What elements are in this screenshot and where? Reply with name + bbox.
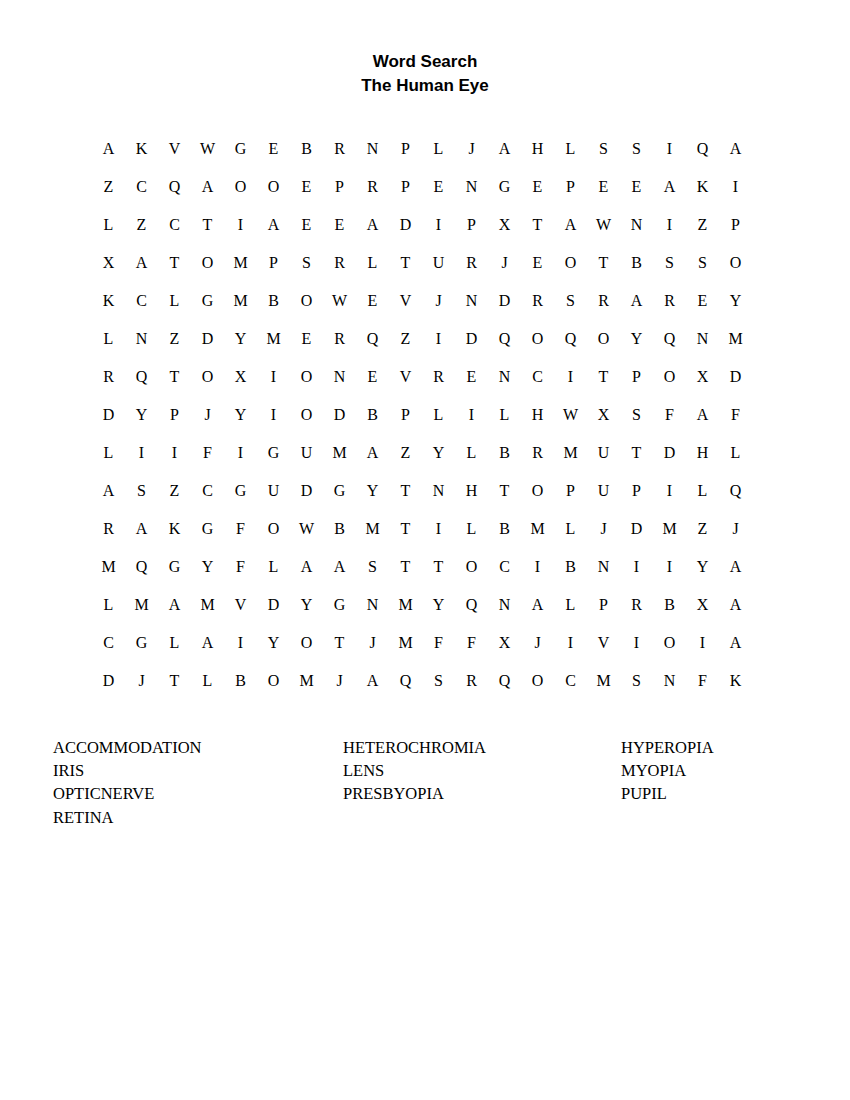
grid-cell: G — [488, 168, 521, 206]
grid-cell: M — [125, 586, 158, 624]
grid-cell: M — [521, 510, 554, 548]
grid-cell: S — [620, 130, 653, 168]
grid-cell: A — [356, 662, 389, 700]
grid-cell: Y — [620, 320, 653, 358]
grid-cell: L — [455, 510, 488, 548]
grid-cell: F — [653, 396, 686, 434]
grid-cell: B — [620, 244, 653, 282]
grid-cell: Y — [356, 472, 389, 510]
grid-cell: T — [389, 548, 422, 586]
grid-cell: N — [587, 548, 620, 586]
word-list-item: PRESBYOPIA — [343, 782, 486, 805]
grid-cell: Z — [92, 168, 125, 206]
grid-cell: Y — [290, 586, 323, 624]
page-title-line2: The Human Eye — [0, 74, 850, 98]
grid-cell: V — [389, 282, 422, 320]
grid-cell: X — [686, 358, 719, 396]
grid-cell: A — [191, 624, 224, 662]
grid-cell: A — [125, 510, 158, 548]
page-title-line1: Word Search — [0, 50, 850, 74]
grid-cell: C — [125, 168, 158, 206]
grid-cell: F — [224, 510, 257, 548]
word-list-item: LENS — [343, 759, 486, 782]
grid-cell: L — [92, 320, 125, 358]
grid-cell: C — [554, 662, 587, 700]
grid-cell: A — [554, 206, 587, 244]
grid-cell: T — [488, 472, 521, 510]
grid-cell: I — [422, 206, 455, 244]
grid-cell: O — [653, 624, 686, 662]
grid-cell: D — [191, 320, 224, 358]
grid-cell: N — [488, 586, 521, 624]
grid-cell: B — [323, 510, 356, 548]
grid-cell: B — [290, 130, 323, 168]
word-list-item: ACCOMMODATION — [53, 736, 202, 759]
grid-cell: E — [587, 168, 620, 206]
grid-cell: A — [719, 586, 752, 624]
grid-cell: Y — [422, 434, 455, 472]
grid-cell: C — [191, 472, 224, 510]
grid-cell: Q — [125, 548, 158, 586]
grid-cell: P — [554, 168, 587, 206]
grid-cell: K — [92, 282, 125, 320]
grid-cell: U — [587, 434, 620, 472]
word-list-item: HETEROCHROMIA — [343, 736, 486, 759]
grid-cell: S — [554, 282, 587, 320]
grid-cell: A — [158, 586, 191, 624]
grid-cell: O — [521, 320, 554, 358]
grid-cell: M — [257, 320, 290, 358]
grid-cell: I — [422, 510, 455, 548]
grid-cell: Z — [686, 206, 719, 244]
grid-cell: Q — [554, 320, 587, 358]
grid-cell: S — [125, 472, 158, 510]
grid-cell: R — [455, 662, 488, 700]
grid-cell: M — [290, 662, 323, 700]
grid-cell: B — [224, 662, 257, 700]
grid-cell: W — [554, 396, 587, 434]
grid-cell: D — [92, 396, 125, 434]
grid-cell: A — [719, 548, 752, 586]
grid-cell: D — [92, 662, 125, 700]
grid-cell: S — [653, 244, 686, 282]
grid-cell: P — [719, 206, 752, 244]
grid-cell: J — [521, 624, 554, 662]
grid-cell: I — [620, 624, 653, 662]
grid-cell: I — [257, 358, 290, 396]
grid-cell: B — [488, 510, 521, 548]
grid-cell: W — [191, 130, 224, 168]
grid-cell: T — [158, 662, 191, 700]
grid-cell: G — [224, 130, 257, 168]
grid-cell: S — [587, 130, 620, 168]
grid-cell: E — [422, 168, 455, 206]
grid-cell: M — [191, 586, 224, 624]
grid-cell: S — [422, 662, 455, 700]
grid-cell: Z — [158, 320, 191, 358]
grid-cell: Y — [686, 548, 719, 586]
worksheet-page: Word Search The Human Eye AKVWGEBRNPLJAH… — [0, 0, 850, 1100]
grid-cell: N — [653, 662, 686, 700]
grid-cell: M — [389, 624, 422, 662]
grid-cell: O — [191, 244, 224, 282]
grid-cell: J — [719, 510, 752, 548]
grid-cell: S — [620, 396, 653, 434]
grid-cell: S — [620, 662, 653, 700]
grid-cell: C — [521, 358, 554, 396]
grid-cell: G — [125, 624, 158, 662]
word-list-column-1: ACCOMMODATION IRIS OPTICNERVE RETINA — [53, 736, 202, 829]
grid-cell: H — [521, 130, 554, 168]
grid-cell: M — [554, 434, 587, 472]
grid-cell: T — [389, 244, 422, 282]
word-list-item: MYOPIA — [621, 759, 714, 782]
grid-cell: Q — [158, 168, 191, 206]
grid-cell: M — [653, 510, 686, 548]
grid-cell: I — [422, 320, 455, 358]
grid-cell: K — [719, 662, 752, 700]
grid-cell: T — [389, 472, 422, 510]
grid-cell: A — [488, 130, 521, 168]
grid-cell: A — [719, 130, 752, 168]
grid-cell: E — [686, 282, 719, 320]
grid-cell: Q — [356, 320, 389, 358]
grid-cell: U — [422, 244, 455, 282]
grid-cell: Y — [257, 624, 290, 662]
grid-cell: X — [587, 396, 620, 434]
grid-cell: I — [224, 206, 257, 244]
grid-cell: M — [389, 586, 422, 624]
grid-cell: P — [620, 358, 653, 396]
grid-cell: R — [92, 358, 125, 396]
grid-cell: D — [719, 358, 752, 396]
grid-cell: K — [158, 510, 191, 548]
grid-cell: R — [356, 168, 389, 206]
grid-cell: T — [521, 206, 554, 244]
grid-cell: C — [92, 624, 125, 662]
grid-cell: Z — [158, 472, 191, 510]
grid-cell: N — [455, 282, 488, 320]
grid-cell: A — [191, 168, 224, 206]
grid-cell: M — [323, 434, 356, 472]
grid-cell: A — [653, 168, 686, 206]
grid-cell: I — [125, 434, 158, 472]
word-list-column-3: HYPEROPIA MYOPIA PUPIL — [621, 736, 714, 806]
grid-cell: A — [257, 206, 290, 244]
grid-cell: R — [620, 586, 653, 624]
grid-cell: W — [587, 206, 620, 244]
grid-cell: C — [488, 548, 521, 586]
grid-cell: R — [521, 434, 554, 472]
grid-cell: O — [290, 358, 323, 396]
grid-cell: N — [356, 130, 389, 168]
grid-cell: G — [323, 472, 356, 510]
grid-cell: O — [224, 168, 257, 206]
grid-cell: I — [653, 206, 686, 244]
grid-cell: M — [587, 662, 620, 700]
grid-cell: J — [356, 624, 389, 662]
grid-cell: N — [323, 358, 356, 396]
grid-cell: Q — [653, 320, 686, 358]
grid-cell: W — [323, 282, 356, 320]
grid-cell: O — [719, 244, 752, 282]
grid-cell: B — [356, 396, 389, 434]
grid-cell: T — [620, 434, 653, 472]
grid-cell: O — [191, 358, 224, 396]
grid-cell: V — [587, 624, 620, 662]
grid-cell: P — [620, 472, 653, 510]
grid-cell: G — [257, 434, 290, 472]
grid-cell: L — [356, 244, 389, 282]
grid-cell: V — [158, 130, 191, 168]
grid-cell: F — [455, 624, 488, 662]
grid-cell: D — [488, 282, 521, 320]
grid-cell: I — [224, 624, 257, 662]
grid-cell: I — [257, 396, 290, 434]
grid-cell: I — [224, 434, 257, 472]
grid-cell: Q — [389, 662, 422, 700]
grid-cell: X — [488, 206, 521, 244]
grid-cell: P — [389, 396, 422, 434]
grid-cell: Y — [719, 282, 752, 320]
grid-cell: O — [653, 358, 686, 396]
grid-cell: I — [653, 130, 686, 168]
grid-cell: I — [620, 548, 653, 586]
grid-cell: L — [719, 434, 752, 472]
grid-cell: A — [290, 548, 323, 586]
grid-cell: H — [521, 396, 554, 434]
grid-cell: L — [158, 282, 191, 320]
grid-cell: O — [257, 510, 290, 548]
grid-cell: B — [653, 586, 686, 624]
word-search-grid: AKVWGEBRNPLJAHLSSIQAZCQAOOEPRPENGEPEEAKI… — [92, 130, 752, 700]
grid-cell: R — [653, 282, 686, 320]
grid-cell: M — [224, 244, 257, 282]
grid-cell: D — [389, 206, 422, 244]
grid-cell: U — [587, 472, 620, 510]
grid-cell: D — [653, 434, 686, 472]
grid-cell: S — [290, 244, 323, 282]
grid-cell: I — [455, 396, 488, 434]
grid-cell: O — [587, 320, 620, 358]
grid-cell: R — [455, 244, 488, 282]
grid-cell: L — [422, 396, 455, 434]
grid-cell: M — [92, 548, 125, 586]
grid-cell: Z — [389, 434, 422, 472]
grid-cell: O — [455, 548, 488, 586]
grid-cell: O — [290, 624, 323, 662]
grid-cell: T — [158, 358, 191, 396]
grid-cell: Q — [488, 320, 521, 358]
grid-cell: R — [323, 244, 356, 282]
grid-cell: N — [422, 472, 455, 510]
grid-cell: F — [686, 662, 719, 700]
grid-cell: F — [719, 396, 752, 434]
grid-cell: O — [257, 662, 290, 700]
grid-cell: H — [686, 434, 719, 472]
grid-cell: G — [191, 510, 224, 548]
grid-cell: I — [719, 168, 752, 206]
grid-cell: L — [191, 662, 224, 700]
grid-cell: T — [422, 548, 455, 586]
grid-cell: P — [158, 396, 191, 434]
grid-cell: D — [455, 320, 488, 358]
grid-cell: I — [158, 434, 191, 472]
grid-cell: Q — [455, 586, 488, 624]
grid-cell: Z — [686, 510, 719, 548]
grid-cell: O — [521, 472, 554, 510]
grid-cell: Q — [125, 358, 158, 396]
grid-cell: O — [554, 244, 587, 282]
grid-cell: R — [323, 320, 356, 358]
grid-cell: I — [653, 472, 686, 510]
grid-cell: I — [554, 358, 587, 396]
grid-cell: P — [455, 206, 488, 244]
grid-cell: E — [455, 358, 488, 396]
grid-cell: A — [356, 206, 389, 244]
grid-cell: B — [488, 434, 521, 472]
grid-cell: E — [290, 320, 323, 358]
grid-cell: A — [323, 548, 356, 586]
grid-cell: X — [686, 586, 719, 624]
grid-cell: O — [290, 282, 323, 320]
grid-cell: A — [92, 472, 125, 510]
grid-cell: T — [587, 244, 620, 282]
grid-cell: R — [521, 282, 554, 320]
word-list-item: OPTICNERVE — [53, 782, 202, 805]
grid-cell: L — [455, 434, 488, 472]
grid-cell: N — [488, 358, 521, 396]
grid-cell: P — [389, 130, 422, 168]
grid-cell: Y — [191, 548, 224, 586]
grid-cell: A — [686, 396, 719, 434]
grid-cell: R — [92, 510, 125, 548]
grid-cell: P — [323, 168, 356, 206]
grid-cell: E — [356, 282, 389, 320]
word-list-item: HYPEROPIA — [621, 736, 714, 759]
grid-cell: Q — [719, 472, 752, 510]
grid-cell: C — [125, 282, 158, 320]
grid-cell: W — [290, 510, 323, 548]
word-list-column-2: HETEROCHROMIA LENS PRESBYOPIA — [343, 736, 486, 806]
grid-cell: Y — [125, 396, 158, 434]
grid-cell: R — [323, 130, 356, 168]
grid-cell: A — [125, 244, 158, 282]
grid-cell: O — [257, 168, 290, 206]
grid-cell: L — [554, 510, 587, 548]
grid-cell: M — [719, 320, 752, 358]
grid-cell: L — [488, 396, 521, 434]
grid-cell: A — [92, 130, 125, 168]
grid-cell: D — [323, 396, 356, 434]
grid-cell: T — [389, 510, 422, 548]
grid-cell: P — [257, 244, 290, 282]
grid-cell: A — [521, 586, 554, 624]
grid-cell: E — [620, 168, 653, 206]
grid-cell: G — [191, 282, 224, 320]
word-list-item: IRIS — [53, 759, 202, 782]
grid-cell: D — [620, 510, 653, 548]
grid-cell: D — [290, 472, 323, 510]
grid-cell: J — [191, 396, 224, 434]
grid-cell: E — [290, 168, 323, 206]
grid-cell: Y — [224, 396, 257, 434]
grid-cell: Z — [125, 206, 158, 244]
grid-cell: P — [554, 472, 587, 510]
grid-cell: I — [653, 548, 686, 586]
grid-cell: L — [554, 130, 587, 168]
grid-cell: F — [422, 624, 455, 662]
grid-cell: R — [587, 282, 620, 320]
grid-cell: P — [389, 168, 422, 206]
grid-cell: I — [521, 548, 554, 586]
grid-cell: P — [587, 586, 620, 624]
grid-cell: M — [224, 282, 257, 320]
grid-cell: G — [323, 586, 356, 624]
grid-cell: U — [290, 434, 323, 472]
grid-cell: L — [554, 586, 587, 624]
grid-cell: X — [224, 358, 257, 396]
grid-cell: J — [455, 130, 488, 168]
grid-cell: X — [92, 244, 125, 282]
grid-cell: T — [323, 624, 356, 662]
grid-cell: Y — [224, 320, 257, 358]
grid-cell: M — [356, 510, 389, 548]
grid-cell: L — [422, 130, 455, 168]
grid-cell: Y — [422, 586, 455, 624]
grid-cell: S — [356, 548, 389, 586]
grid-cell: E — [521, 244, 554, 282]
grid-cell: Q — [488, 662, 521, 700]
grid-cell: F — [191, 434, 224, 472]
grid-cell: L — [158, 624, 191, 662]
grid-cell: K — [125, 130, 158, 168]
grid-cell: C — [158, 206, 191, 244]
grid-cell: L — [257, 548, 290, 586]
page-title: Word Search The Human Eye — [0, 50, 850, 98]
grid-cell: L — [92, 586, 125, 624]
grid-cell: E — [290, 206, 323, 244]
grid-cell: G — [158, 548, 191, 586]
word-list-item: PUPIL — [621, 782, 714, 805]
grid-cell: E — [257, 130, 290, 168]
grid-cell: L — [686, 472, 719, 510]
grid-cell: L — [92, 206, 125, 244]
grid-cell: A — [719, 624, 752, 662]
grid-cell: S — [686, 244, 719, 282]
grid-cell: J — [422, 282, 455, 320]
grid-cell: G — [224, 472, 257, 510]
grid-cell: X — [488, 624, 521, 662]
grid-cell: N — [455, 168, 488, 206]
grid-cell: V — [224, 586, 257, 624]
grid-cell: U — [257, 472, 290, 510]
grid-cell: J — [488, 244, 521, 282]
grid-cell: N — [620, 206, 653, 244]
grid-cell: E — [521, 168, 554, 206]
grid-cell: N — [125, 320, 158, 358]
grid-cell: R — [422, 358, 455, 396]
grid-cell: E — [356, 358, 389, 396]
grid-cell: B — [257, 282, 290, 320]
grid-cell: H — [455, 472, 488, 510]
grid-cell: V — [389, 358, 422, 396]
grid-cell: D — [257, 586, 290, 624]
grid-cell: A — [620, 282, 653, 320]
grid-cell: J — [587, 510, 620, 548]
grid-cell: T — [158, 244, 191, 282]
word-list-item: RETINA — [53, 806, 202, 829]
